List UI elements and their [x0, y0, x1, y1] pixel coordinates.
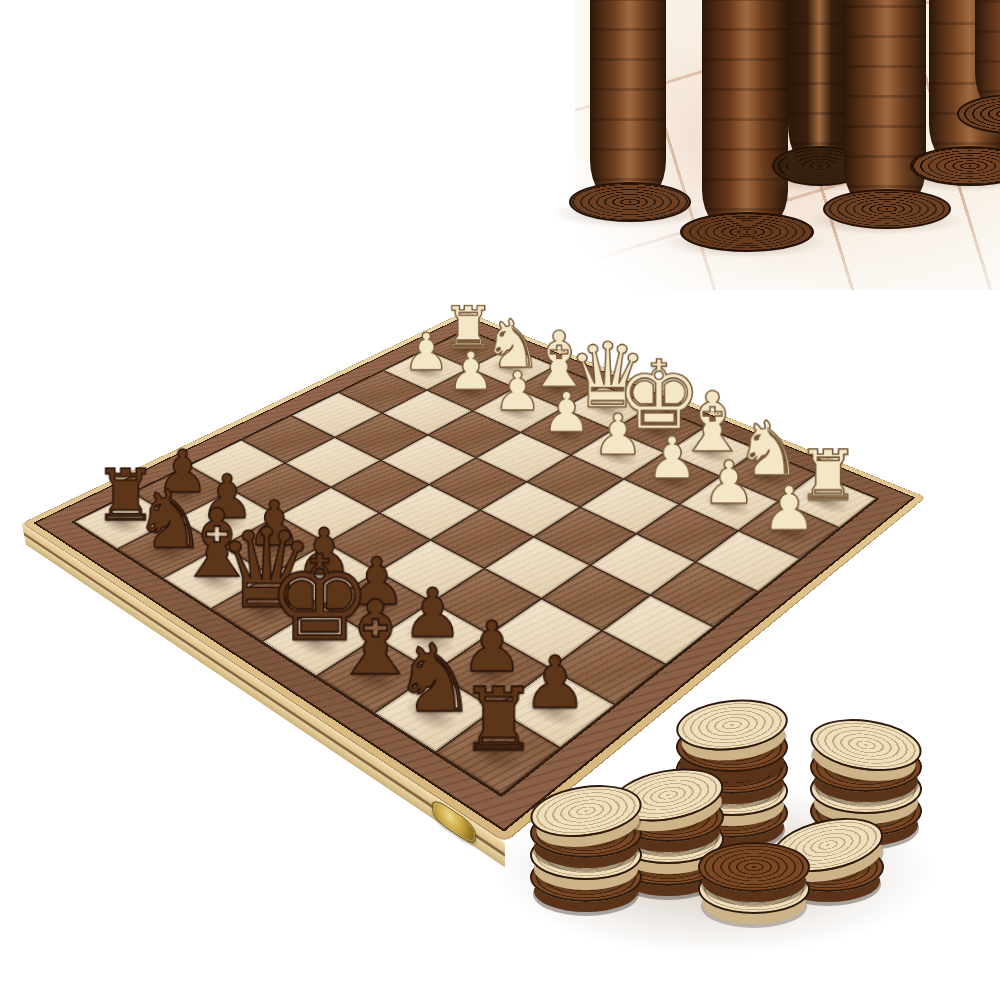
checkers-pile: [490, 670, 970, 980]
square-e4: [480, 482, 580, 537]
square-h2: ♟: [738, 501, 839, 558]
checker-brown: [698, 842, 810, 892]
white-pawn: ♟: [718, 477, 861, 538]
product-photo: ♜♞♝♛♚♝♞♜♟♟♟♟♟♟♟♟♟♟♟♟♟♟♟♟♜♞♝♛♚♝♞♜: [0, 0, 1000, 1000]
